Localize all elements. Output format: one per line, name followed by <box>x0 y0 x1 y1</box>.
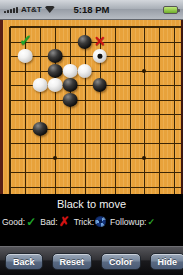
board-cell[interactable] <box>167 78 182 93</box>
hide-button[interactable]: Hide <box>150 253 183 270</box>
board-cell[interactable] <box>3 136 18 151</box>
board-cell[interactable] <box>167 49 182 64</box>
black-stone <box>48 64 63 78</box>
grid-line-v <box>144 107 145 122</box>
board-cell[interactable] <box>63 122 78 137</box>
board-cell[interactable] <box>107 35 122 50</box>
grid-line-v <box>159 136 160 151</box>
grid-line-v <box>130 107 131 122</box>
board-cell[interactable] <box>33 151 48 166</box>
good-check-icon: ✓ <box>26 215 36 229</box>
board-cell[interactable] <box>18 165 33 180</box>
grid-line-v <box>9 27 11 34</box>
board-cell[interactable] <box>107 64 122 79</box>
grid-line-v <box>9 107 11 122</box>
board-cell[interactable] <box>48 64 63 79</box>
grid-line-v <box>25 78 26 93</box>
legend-trick-label: Trick: <box>74 217 94 227</box>
board-cell[interactable] <box>152 64 167 79</box>
board-cell[interactable] <box>3 20 18 35</box>
board-cell[interactable] <box>122 78 137 93</box>
grid-line-v <box>159 93 160 108</box>
go-board[interactable]: ✓✕ <box>3 20 181 194</box>
board-cell[interactable] <box>77 35 92 50</box>
grid-line-v <box>130 122 131 137</box>
grid-line-v <box>174 165 175 180</box>
grid-line-v <box>115 107 116 122</box>
board-cell[interactable] <box>63 151 78 166</box>
board-cell[interactable] <box>122 151 137 166</box>
grid-line-v <box>174 107 175 122</box>
board-cell[interactable] <box>33 49 48 64</box>
board-cell[interactable] <box>122 107 137 122</box>
board-cell[interactable] <box>18 151 33 166</box>
grid-line-v <box>115 27 116 34</box>
board-cell[interactable] <box>92 93 107 108</box>
grid-line-v <box>159 165 160 180</box>
board-cell[interactable] <box>122 93 137 108</box>
grid-line-v <box>174 93 175 108</box>
board-cell[interactable] <box>152 165 167 180</box>
grid-line-v <box>159 64 160 79</box>
grid-line-v <box>144 165 145 180</box>
board-cell[interactable] <box>77 165 92 180</box>
grid-line-v <box>159 151 160 166</box>
grid-line-v <box>174 180 175 195</box>
board-cell[interactable] <box>3 78 18 93</box>
board-cell[interactable] <box>137 180 152 195</box>
grid-line-h <box>10 71 17 72</box>
board-cell[interactable] <box>33 136 48 151</box>
grid-line-v <box>40 93 41 108</box>
grid-line-v <box>115 49 116 64</box>
grid-line-h <box>10 187 17 188</box>
grid-line-v <box>25 64 26 79</box>
grid-line-v <box>40 151 41 166</box>
board-cell[interactable] <box>107 136 122 151</box>
board-cell[interactable] <box>3 64 18 79</box>
board-cell[interactable] <box>167 180 182 195</box>
board-cell[interactable] <box>137 78 152 93</box>
board-cell[interactable] <box>77 93 92 108</box>
board-cell[interactable] <box>137 107 152 122</box>
board-cell[interactable] <box>92 49 107 64</box>
board-cell[interactable] <box>3 35 18 50</box>
board-cell[interactable] <box>63 78 78 93</box>
board-cell[interactable] <box>92 122 107 137</box>
grid-line-v <box>174 35 175 50</box>
grid-line-v <box>9 165 11 180</box>
followup-check-icon: ✓ <box>147 217 155 227</box>
board-cell[interactable] <box>107 180 122 195</box>
white-stone <box>63 64 78 78</box>
board-cell[interactable] <box>122 180 137 195</box>
board-cell[interactable] <box>77 136 92 151</box>
grid-line-v <box>85 165 86 180</box>
board-cell[interactable] <box>137 35 152 50</box>
board-cell[interactable] <box>167 35 182 50</box>
board-cell[interactable] <box>18 180 33 195</box>
grid-line-v <box>70 122 71 137</box>
grid-line-v <box>100 122 101 137</box>
board-cell[interactable] <box>63 136 78 151</box>
bad-move-cross-marker: ✕ <box>94 34 106 48</box>
white-stone <box>92 49 107 63</box>
board-cell[interactable] <box>63 35 78 50</box>
grid-line-v <box>9 35 11 50</box>
board-cell[interactable] <box>18 64 33 79</box>
grid-line-v <box>174 49 175 64</box>
grid-line-v <box>144 78 145 93</box>
board-cell[interactable] <box>48 49 63 64</box>
grid-line-v <box>144 49 145 64</box>
board-cell[interactable]: ✕ <box>92 35 107 50</box>
star-point <box>53 156 57 160</box>
grid-line-v <box>55 122 56 137</box>
grid-line-v <box>130 180 131 195</box>
board-cell[interactable] <box>92 78 107 93</box>
grid-line-v <box>70 180 71 195</box>
board-cell[interactable] <box>92 64 107 79</box>
board-cell[interactable] <box>63 180 78 195</box>
grid-line-v <box>115 122 116 137</box>
board-cell[interactable] <box>63 165 78 180</box>
board-cell[interactable] <box>3 151 18 166</box>
board-cell[interactable] <box>152 49 167 64</box>
board-cell[interactable] <box>152 180 167 195</box>
grid-line-v <box>100 93 101 108</box>
board-cell[interactable] <box>122 165 137 180</box>
grid-line-v <box>25 151 26 166</box>
board-cell[interactable] <box>137 165 152 180</box>
grid-line-v <box>40 64 41 79</box>
grid-line-v <box>159 122 160 137</box>
board-cell[interactable] <box>107 93 122 108</box>
board-cell[interactable] <box>122 136 137 151</box>
grid-line-v <box>9 122 11 137</box>
board-area: ✓✕ <box>0 20 183 194</box>
board-cell[interactable] <box>92 136 107 151</box>
battery-icon <box>163 6 178 14</box>
board-cell[interactable] <box>18 107 33 122</box>
board-cell[interactable] <box>48 180 63 195</box>
board-cell[interactable] <box>152 20 167 35</box>
grid-line-v <box>70 49 71 64</box>
bottom-toolbar: Back Reset Color Hide i <box>0 246 183 275</box>
board-cell[interactable] <box>107 78 122 93</box>
status-bar: AT&T 5:18 PM <box>0 0 183 20</box>
black-stone <box>48 49 63 63</box>
white-stone <box>18 49 33 63</box>
grid-line-v <box>55 180 56 195</box>
grid-line-v <box>130 151 131 166</box>
board-cell[interactable] <box>152 122 167 137</box>
board-cell[interactable] <box>107 122 122 137</box>
grid-line-v <box>115 35 116 50</box>
grid-line-v <box>9 64 11 79</box>
board-cell[interactable] <box>137 64 152 79</box>
grid-line-v <box>159 107 160 122</box>
grid-line-v <box>100 180 101 195</box>
reset-button[interactable]: Reset <box>52 253 93 270</box>
board-cell[interactable] <box>167 122 182 137</box>
grid-line-v <box>85 78 86 93</box>
black-stone <box>63 93 78 107</box>
clock-label: 5:18 PM <box>0 4 183 15</box>
board-cell[interactable] <box>33 35 48 50</box>
board-cell[interactable] <box>167 165 182 180</box>
board-cell[interactable] <box>92 180 107 195</box>
move-indicator: Black to move <box>0 198 183 210</box>
board-cell[interactable] <box>107 20 122 35</box>
grid-line-v <box>130 165 131 180</box>
legend: Good: ✓ Bad: ✗ Trick: Followup: ✓ <box>0 214 183 229</box>
board-cell[interactable] <box>152 35 167 50</box>
grid-line-v <box>85 27 86 34</box>
grid-line-v <box>115 165 116 180</box>
board-cell[interactable] <box>77 78 92 93</box>
star-point <box>142 69 146 73</box>
board-cell[interactable] <box>77 64 92 79</box>
grid-line-v <box>130 35 131 50</box>
last-move-dot <box>98 54 103 59</box>
board-cell[interactable] <box>77 122 92 137</box>
board-cell[interactable] <box>152 107 167 122</box>
grid-line-v <box>100 136 101 151</box>
board-cell[interactable] <box>92 165 107 180</box>
grid-line-v <box>174 78 175 93</box>
grid-line-v <box>130 93 131 108</box>
grid-line-h <box>10 85 17 86</box>
legend-good-label: Good: <box>2 217 25 227</box>
grid-line-v <box>40 107 41 122</box>
grid-line-v <box>130 27 131 34</box>
board-cell[interactable] <box>137 49 152 64</box>
board-cell[interactable] <box>48 122 63 137</box>
grid-line-v <box>40 180 41 195</box>
board-cell[interactable] <box>63 49 78 64</box>
grid-line-h <box>10 100 17 101</box>
white-stone <box>48 78 63 92</box>
message-panel: Black to move Good: ✓ Bad: ✗ Trick: Foll… <box>0 194 183 246</box>
board-cell[interactable] <box>48 35 63 50</box>
board-cell[interactable] <box>152 93 167 108</box>
board-cell[interactable] <box>77 49 92 64</box>
grid-line-h <box>10 158 17 159</box>
board-cell[interactable] <box>48 107 63 122</box>
board-cell[interactable] <box>48 165 63 180</box>
board-cell[interactable] <box>48 136 63 151</box>
grid-line-v <box>130 78 131 93</box>
grid-line-v <box>55 165 56 180</box>
board-cell[interactable] <box>92 107 107 122</box>
board-cell[interactable] <box>137 93 152 108</box>
grid-line-v <box>85 49 86 64</box>
good-move-check-marker: ✓ <box>19 33 32 49</box>
board-cell[interactable] <box>33 165 48 180</box>
black-stone <box>92 78 107 92</box>
white-stone <box>78 64 93 78</box>
grid-line-v <box>9 136 11 151</box>
board-cell[interactable] <box>48 78 63 93</box>
board-cell[interactable] <box>137 122 152 137</box>
grid-line-v <box>25 180 26 195</box>
board-cell[interactable] <box>33 122 48 137</box>
board-cell[interactable] <box>33 20 48 35</box>
grid-line-v <box>85 122 86 137</box>
board-cell[interactable] <box>3 165 18 180</box>
grid-line-h <box>10 42 17 43</box>
grid-line-v <box>174 136 175 151</box>
grid-line-v <box>70 35 71 50</box>
grid-line-v <box>55 93 56 108</box>
grid-line-v <box>144 180 145 195</box>
board-cell[interactable] <box>33 93 48 108</box>
board-cell[interactable] <box>63 107 78 122</box>
board-cell[interactable] <box>167 136 182 151</box>
board-cell[interactable] <box>152 151 167 166</box>
grid-line-h <box>10 143 17 144</box>
grid-line-v <box>100 64 101 79</box>
grid-line-v <box>159 35 160 50</box>
board-cell[interactable] <box>122 122 137 137</box>
board-cell[interactable] <box>3 122 18 137</box>
black-stone <box>33 122 48 136</box>
grid-line-v <box>115 78 116 93</box>
grid-line-v <box>40 165 41 180</box>
grid-line-v <box>40 35 41 50</box>
board-cell[interactable] <box>122 64 137 79</box>
grid-line-v <box>174 64 175 79</box>
legend-followup-label: Followup: <box>110 217 146 227</box>
board-cell[interactable] <box>18 78 33 93</box>
trick-spiral-icon <box>95 216 106 227</box>
back-button[interactable]: Back <box>5 253 43 270</box>
board-cell[interactable] <box>18 93 33 108</box>
grid-line-v <box>70 27 71 34</box>
board-cell[interactable] <box>107 107 122 122</box>
grid-line-v <box>25 93 26 108</box>
board-cell[interactable] <box>122 49 137 64</box>
grid-line-v <box>144 136 145 151</box>
grid-line-v <box>144 27 145 34</box>
board-cell[interactable] <box>48 151 63 166</box>
board-cell[interactable] <box>77 180 92 195</box>
board-cell[interactable] <box>122 35 137 50</box>
grid-line-v <box>144 93 145 108</box>
board-cell[interactable] <box>3 49 18 64</box>
grid-line-h <box>10 129 17 130</box>
board-cell[interactable] <box>167 64 182 79</box>
grid-line-v <box>25 107 26 122</box>
grid-line-v <box>100 151 101 166</box>
grid-line-v <box>55 136 56 151</box>
board-cell[interactable] <box>137 151 152 166</box>
board-cell[interactable] <box>18 122 33 137</box>
board-cell[interactable]: ✓ <box>18 35 33 50</box>
board-cell[interactable] <box>33 64 48 79</box>
board-cell[interactable] <box>18 136 33 151</box>
board-cell[interactable] <box>3 180 18 195</box>
board-cell[interactable] <box>107 151 122 166</box>
grid-line-v <box>100 107 101 122</box>
grid-line-v <box>55 107 56 122</box>
board-cell[interactable] <box>48 20 63 35</box>
grid-line-v <box>9 180 11 195</box>
grid-line-v <box>55 27 56 34</box>
board-cell[interactable] <box>167 93 182 108</box>
board-cell[interactable] <box>63 64 78 79</box>
grid-line-v <box>174 151 175 166</box>
color-button[interactable]: Color <box>101 253 141 270</box>
grid-line-v <box>115 93 116 108</box>
grid-line-v <box>40 27 41 34</box>
legend-bad-label: Bad: <box>40 217 58 227</box>
board-cell[interactable] <box>167 20 182 35</box>
grid-line-v <box>9 49 11 64</box>
grid-line-v <box>85 136 86 151</box>
white-stone <box>33 78 48 92</box>
grid-line-h <box>10 56 17 57</box>
board-cell[interactable] <box>33 180 48 195</box>
grid-line-h <box>10 172 17 173</box>
black-stone <box>63 78 78 92</box>
board-cell[interactable] <box>48 93 63 108</box>
grid-line-v <box>115 180 116 195</box>
board-cell[interactable] <box>63 20 78 35</box>
grid-line-h <box>10 26 17 28</box>
grid-line-v <box>144 35 145 50</box>
board-cell[interactable] <box>137 136 152 151</box>
grid-line-v <box>174 122 175 137</box>
board-cell[interactable] <box>122 20 137 35</box>
grid-line-v <box>9 151 11 166</box>
grid-line-v <box>159 180 160 195</box>
board-cell[interactable] <box>77 107 92 122</box>
grid-line-v <box>159 49 160 64</box>
grid-line-v <box>115 136 116 151</box>
grid-line-v <box>130 136 131 151</box>
board-cell[interactable] <box>3 93 18 108</box>
grid-line-v <box>25 122 26 137</box>
board-cell[interactable] <box>137 20 152 35</box>
bad-cross-icon: ✗ <box>59 214 70 229</box>
grid-line-v <box>55 35 56 50</box>
board-cell[interactable] <box>63 93 78 108</box>
grid-line-v <box>25 165 26 180</box>
black-stone <box>78 35 93 49</box>
grid-line-v <box>85 93 86 108</box>
board-cell[interactable] <box>77 20 92 35</box>
star-point <box>142 156 146 160</box>
board-cell[interactable] <box>33 78 48 93</box>
board-cell[interactable] <box>33 107 48 122</box>
grid-line-v <box>25 136 26 151</box>
grid-line-h <box>10 114 17 115</box>
board-cell[interactable] <box>167 151 182 166</box>
board-cell[interactable] <box>167 107 182 122</box>
board-cell[interactable] <box>152 136 167 151</box>
board-cell[interactable] <box>92 151 107 166</box>
board-cell[interactable] <box>107 49 122 64</box>
grid-line-v <box>159 27 160 34</box>
board-cell[interactable] <box>152 78 167 93</box>
board-cell[interactable] <box>77 151 92 166</box>
board-cell[interactable] <box>18 49 33 64</box>
board-cell[interactable] <box>3 107 18 122</box>
grid-line-v <box>70 107 71 122</box>
board-cell[interactable] <box>107 165 122 180</box>
